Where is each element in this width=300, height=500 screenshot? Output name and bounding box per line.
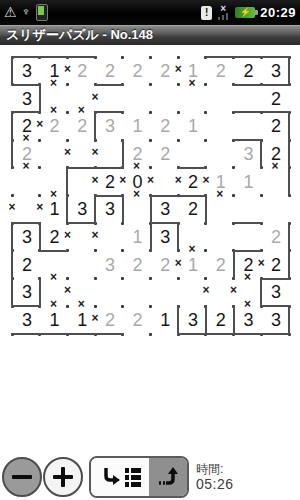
drawn-line[interactable]: [66, 195, 68, 225]
lattice-dot: [149, 333, 152, 336]
lattice-dot: [149, 166, 152, 169]
clue-number: 3: [22, 62, 32, 80]
lattice-dot: [149, 139, 152, 142]
clue-number: 2: [271, 90, 281, 108]
drawn-line[interactable]: [233, 250, 235, 280]
lattice-dot: [121, 56, 124, 59]
clue-number: 2: [22, 117, 32, 135]
edge-cross-mark[interactable]: ×: [202, 174, 209, 186]
clue-number: 2: [216, 256, 226, 274]
drawn-line[interactable]: [233, 333, 263, 335]
clue-number: 1: [188, 62, 198, 80]
lattice-dot: [149, 277, 152, 280]
lattice-dot: [177, 111, 180, 114]
drawn-line[interactable]: [39, 250, 69, 252]
lattice-dot: [260, 194, 263, 197]
signal-x-icon: ×: [217, 5, 230, 21]
drawn-line[interactable]: [150, 195, 152, 225]
clue-number: 2: [105, 62, 115, 80]
edge-cross-mark[interactable]: ×: [78, 298, 85, 310]
drawn-line[interactable]: [11, 56, 41, 58]
clue-number: 3: [22, 90, 32, 108]
usb-icon: ♆: [22, 0, 31, 25]
edge-cross-mark[interactable]: ×: [175, 63, 182, 75]
drawn-line[interactable]: [260, 111, 290, 113]
zoom-in-button[interactable]: [43, 457, 83, 497]
clue-number: 1: [49, 200, 59, 218]
clue-number: 3: [160, 200, 170, 218]
drawn-line[interactable]: [11, 305, 41, 307]
drawn-line[interactable]: [260, 278, 262, 308]
lattice-dot: [177, 83, 180, 86]
edge-cross-mark[interactable]: ×: [230, 284, 237, 296]
drawn-line[interactable]: [260, 56, 290, 58]
lattice-dot: [38, 166, 41, 169]
drawn-line[interactable]: [177, 167, 207, 169]
edge-cross-mark[interactable]: ×: [188, 243, 195, 255]
clue-number: 0: [133, 173, 143, 191]
edge-cross-mark[interactable]: ×: [50, 271, 57, 283]
clue-number: 1: [133, 117, 143, 135]
timer-label: 時間:: [196, 462, 234, 476]
drawn-line[interactable]: [233, 222, 263, 224]
drawn-line[interactable]: [94, 84, 124, 86]
drawn-line[interactable]: [260, 305, 290, 307]
lattice-dot: [149, 56, 152, 59]
edge-cross-mark[interactable]: ×: [92, 229, 99, 241]
clue-number: 3: [105, 200, 115, 218]
lattice-dot: [66, 83, 69, 86]
lattice-dot: [177, 139, 180, 142]
clue-number: 3: [77, 200, 87, 218]
clue-number: 2: [105, 311, 115, 329]
drawn-line[interactable]: [11, 278, 13, 308]
clue-number: 2: [216, 311, 226, 329]
drawn-line[interactable]: [288, 56, 290, 86]
clue-number: 2: [188, 200, 198, 218]
drawn-line[interactable]: [39, 56, 69, 58]
phone-screen: [38, 6, 44, 15]
drawn-line[interactable]: [233, 111, 263, 113]
cross-list-icon: [125, 468, 141, 487]
drawn-line[interactable]: [94, 333, 124, 335]
drawn-line[interactable]: [39, 278, 41, 308]
clue-number: 3: [105, 117, 115, 135]
drawn-line[interactable]: [94, 111, 124, 113]
clue-number: 1: [188, 256, 198, 274]
lattice-dot: [94, 249, 97, 252]
clue-number: 2: [77, 117, 87, 135]
drawn-line[interactable]: [11, 250, 13, 280]
clue-number: 2: [105, 173, 115, 191]
edge-cross-mark[interactable]: ×: [92, 146, 99, 158]
clue-number: 3: [22, 311, 32, 329]
edge-cross-mark[interactable]: ×: [64, 63, 71, 75]
clue-number: 2: [133, 256, 143, 274]
status-clock: 20:29: [260, 5, 296, 20]
drawn-line[interactable]: [288, 111, 290, 141]
edge-cross-mark[interactable]: ×: [8, 201, 15, 213]
edge-cross-mark[interactable]: ×: [175, 257, 182, 269]
undo-button[interactable]: [149, 458, 187, 496]
drawn-line[interactable]: [66, 167, 68, 197]
lattice-dot: [204, 83, 207, 86]
lattice-dot: [204, 139, 207, 142]
clue-number: 2: [22, 145, 32, 163]
edge-cross-mark[interactable]: ×: [147, 174, 154, 186]
clue-number: 2: [243, 256, 253, 274]
clue-number: 2: [49, 117, 59, 135]
edge-cross-mark[interactable]: ×: [50, 104, 57, 116]
lattice-dot: [121, 249, 124, 252]
clue-number: 2: [133, 145, 143, 163]
clue-number: 1: [77, 311, 87, 329]
drawn-line[interactable]: [260, 84, 290, 86]
lattice-dot: [149, 111, 152, 114]
zoom-out-button[interactable]: [2, 457, 42, 497]
clue-number: 2: [133, 311, 143, 329]
clue-number: 2: [133, 62, 143, 80]
drawn-line[interactable]: [39, 333, 69, 335]
slitherlink-board[interactable]: ××××××××××××××××××××××××××××××××××××××31…: [0, 45, 300, 454]
lattice-dot: [38, 139, 41, 142]
drawn-line[interactable]: [288, 139, 290, 169]
edge-cross-mark[interactable]: ×: [202, 284, 209, 296]
lattice-dot: [149, 305, 152, 308]
clue-number: 2: [160, 256, 170, 274]
clue-number: 1: [216, 173, 226, 191]
lattice-dot: [121, 277, 124, 280]
drawn-line[interactable]: [205, 56, 235, 58]
clue-number: 2: [271, 256, 281, 274]
drawn-line[interactable]: [150, 222, 180, 224]
plus-icon-v: [61, 467, 65, 487]
undo-arrow-icon: [156, 466, 180, 488]
drawn-line[interactable]: [66, 333, 96, 335]
clue-number: 1: [243, 173, 253, 191]
app-title: スリザーパズル - No.148: [6, 27, 153, 42]
drawn-line[interactable]: [11, 222, 41, 224]
drawn-line[interactable]: [94, 195, 124, 197]
clue-number: 2: [243, 62, 253, 80]
bottom-toolbar: 時間: 05:26: [0, 454, 300, 500]
drawn-line[interactable]: [94, 111, 96, 141]
edge-cross-mark[interactable]: ×: [50, 188, 57, 200]
clue-number: 3: [271, 311, 281, 329]
clue-number: 3: [22, 283, 32, 301]
clue-number: 1: [188, 117, 198, 135]
drawn-line[interactable]: [288, 167, 290, 197]
drawn-line[interactable]: [288, 222, 290, 252]
clue-number: 3: [243, 311, 253, 329]
clue-number: 2: [49, 228, 59, 246]
edge-cross-mark[interactable]: ×: [64, 284, 71, 296]
drawn-line[interactable]: [260, 139, 262, 169]
edge-cross-mark[interactable]: ×: [244, 298, 251, 310]
drawn-line[interactable]: [205, 195, 207, 225]
timer: 時間: 05:26: [196, 462, 234, 492]
lattice-dot: [121, 305, 124, 308]
clue-number: 3: [160, 228, 170, 246]
lattice-dot: [66, 305, 69, 308]
drawn-line[interactable]: [11, 139, 13, 169]
sdcard-alert-icon: !: [201, 6, 212, 20]
drawn-line[interactable]: [39, 84, 41, 114]
clue-number: 2: [77, 62, 87, 80]
lattice-dot: [66, 277, 69, 280]
drawn-line[interactable]: [11, 333, 41, 335]
lattice-dot: [94, 277, 97, 280]
drawn-line[interactable]: [288, 250, 290, 280]
drawn-line[interactable]: [177, 195, 207, 197]
minus-icon: [12, 475, 32, 479]
drawn-line[interactable]: [233, 56, 263, 58]
lattice-dot: [232, 166, 235, 169]
clue-number: 1: [160, 311, 170, 329]
lattice-dot: [38, 194, 41, 197]
clue-number: 3: [271, 62, 281, 80]
edge-cross-mark[interactable]: ×: [258, 257, 265, 269]
lattice-dot: [94, 305, 97, 308]
clue-number: 2: [271, 117, 281, 135]
clue-number: 2: [271, 145, 281, 163]
clue-number: 3: [188, 311, 198, 329]
drawn-line[interactable]: [177, 305, 179, 335]
drawn-line[interactable]: [11, 84, 41, 86]
clue-number: 3: [271, 283, 281, 301]
drawn-line[interactable]: [94, 195, 96, 225]
drawn-line[interactable]: [205, 333, 235, 335]
lattice-dot: [204, 111, 207, 114]
edge-cross-mark[interactable]: ×: [175, 174, 182, 186]
drawn-line[interactable]: [205, 305, 207, 335]
edge-cross-mark[interactable]: ×: [119, 174, 126, 186]
clue-number: 2: [160, 145, 170, 163]
drawn-line[interactable]: [122, 139, 124, 169]
drawn-line[interactable]: [11, 222, 13, 252]
drawn-line[interactable]: [39, 222, 41, 252]
drawn-line[interactable]: [260, 278, 290, 280]
edge-cross-mark[interactable]: ×: [78, 104, 85, 116]
clue-number: 3: [22, 228, 32, 246]
drawn-line[interactable]: [11, 111, 41, 113]
timer-value: 05:26: [196, 476, 234, 492]
status-bar-left: ⚠ ♆: [4, 0, 48, 25]
clue-number: 3: [243, 145, 253, 163]
drawn-line[interactable]: [233, 250, 263, 252]
lattice-dot: [177, 277, 180, 280]
lattice-dot: [204, 249, 207, 252]
drawn-line[interactable]: [260, 333, 290, 335]
drawn-line[interactable]: [177, 222, 179, 252]
status-bar-right: ! × ⚡ 20:29: [201, 5, 296, 21]
drawn-line[interactable]: [233, 305, 235, 335]
clue-number: 1: [133, 228, 143, 246]
drawn-line[interactable]: [233, 84, 263, 86]
drawn-line[interactable]: [122, 195, 124, 225]
clue-number: 2: [160, 62, 170, 80]
lattice-dot: [149, 83, 152, 86]
mode-toggle-group: [89, 456, 189, 498]
title-bar: スリザーパズル - No.148: [0, 25, 300, 45]
drawn-line[interactable]: [150, 195, 180, 197]
edge-cross-mark[interactable]: ×: [64, 229, 71, 241]
drawn-line[interactable]: [177, 333, 207, 335]
line-draw-arrow-icon: [100, 466, 122, 488]
drawn-line[interactable]: [66, 56, 96, 58]
lattice-dot: [66, 111, 69, 114]
status-bar: ⚠ ♆ ! × ⚡ 20:29: [0, 0, 300, 25]
lattice-dot: [11, 194, 14, 197]
lattice-dot: [66, 139, 69, 142]
edge-cross-mark[interactable]: ×: [92, 91, 99, 103]
phone-app-icon: [36, 4, 48, 21]
drawn-line[interactable]: [94, 167, 124, 169]
drawn-line[interactable]: [288, 305, 290, 335]
lattice-dot: [177, 56, 180, 59]
edge-cross-mark[interactable]: ×: [92, 174, 99, 186]
drawn-line[interactable]: [11, 111, 13, 141]
drawn-line[interactable]: [11, 56, 13, 86]
clue-number: 3: [105, 256, 115, 274]
battery-charging-icon: ⚡: [235, 7, 255, 18]
edge-cross-mark[interactable]: ×: [50, 298, 57, 310]
edge-cross-mark[interactable]: ×: [36, 201, 43, 213]
lattice-dot: [204, 277, 207, 280]
lattice-dot: [232, 194, 235, 197]
drawn-line[interactable]: [233, 139, 263, 141]
drawn-line[interactable]: [150, 222, 152, 252]
clue-number: 2: [216, 62, 226, 80]
clue-number: 2: [188, 173, 198, 191]
edge-cross-mark[interactable]: ×: [64, 146, 71, 158]
drawn-line[interactable]: [66, 222, 96, 224]
edge-cross-mark[interactable]: ×: [36, 118, 43, 130]
drawn-line[interactable]: [66, 167, 96, 169]
clue-number: 1: [49, 62, 59, 80]
clue-number: 2: [160, 117, 170, 135]
pen-mode-button[interactable]: [91, 458, 149, 496]
clue-number: 2: [22, 256, 32, 274]
warning-icon: ⚠: [4, 0, 17, 25]
edge-cross-mark[interactable]: ×: [92, 312, 99, 324]
clue-number: 1: [49, 311, 59, 329]
clue-number: 2: [271, 228, 281, 246]
